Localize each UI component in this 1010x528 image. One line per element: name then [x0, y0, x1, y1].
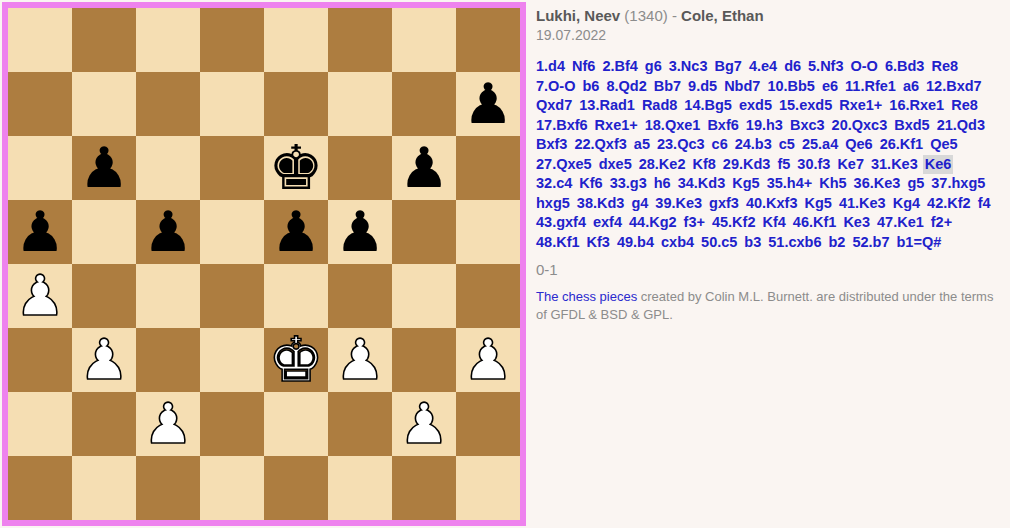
square-c7 [136, 72, 200, 136]
move-token[interactable]: 52.b7 [852, 233, 889, 253]
move-token[interactable]: Kg5 [732, 174, 759, 194]
move-token[interactable]: 5.Nf3 [808, 57, 843, 77]
move-token[interactable]: 19.h3 [746, 116, 783, 136]
move-token[interactable]: 35.h4+ [767, 174, 813, 194]
move-token[interactable]: 11.Rfe1 [845, 77, 896, 97]
move-token[interactable]: 22.Qxf3 [574, 135, 626, 155]
move-token[interactable]: Re8 [931, 57, 958, 77]
move-token[interactable]: exf4 [593, 213, 622, 233]
move-token[interactable]: a6 [903, 77, 919, 97]
square-e3: ♚ [264, 328, 328, 392]
square-d4 [200, 264, 264, 328]
square-f5: ♟ [328, 200, 392, 264]
square-c4 [136, 264, 200, 328]
square-b4 [72, 264, 136, 328]
move-token[interactable]: 26.Kf1 [880, 135, 924, 155]
square-e6: ♚ [264, 136, 328, 200]
move-token[interactable]: 18.Qxe1 [645, 116, 701, 136]
move-token[interactable]: Kf6 [579, 174, 602, 194]
move-token[interactable]: hxg5 [536, 194, 570, 214]
square-c5: ♟ [136, 200, 200, 264]
square-f3: ♟ [328, 328, 392, 392]
square-g2: ♟ [392, 392, 456, 456]
move-token[interactable]: Nbd7 [724, 77, 760, 97]
square-e7 [264, 72, 328, 136]
game-result: 0-1 [536, 261, 998, 278]
move-token[interactable]: Kf4 [762, 213, 785, 233]
move-token[interactable]: Kg4 [893, 194, 920, 214]
square-a4: ♟ [8, 264, 72, 328]
move-token[interactable]: b1=Q# [897, 233, 942, 253]
move-token[interactable]: 15.exd5 [779, 96, 832, 116]
current-move-token[interactable]: Ke6 [923, 155, 954, 175]
move-token[interactable]: Bxd5 [894, 116, 929, 136]
square-d8 [200, 8, 264, 72]
move-token[interactable]: Bxf3 [536, 135, 567, 155]
move-token[interactable]: Kf3 [587, 233, 610, 253]
black-pawn: ♟ [392, 136, 456, 200]
square-g6: ♟ [392, 136, 456, 200]
move-token[interactable]: 33.g3 [610, 174, 647, 194]
chess-board-frame: ♟♟♚♟♟♟♟♟♟♟♚♟♟♟♟ [2, 2, 526, 526]
move-token[interactable]: 4.e4 [749, 57, 777, 77]
move-list: 1.d4Nf62.Bf4g63.Nc3Bg74.e4d65.Nf3O-O6.Bd… [536, 57, 998, 252]
move-token[interactable]: gxf3 [709, 194, 739, 214]
move-token[interactable]: 2.Bf4 [602, 57, 637, 77]
square-h5 [456, 200, 520, 264]
move-token[interactable]: 10.Bb5 [767, 77, 815, 97]
move-token[interactable]: 17.Bxf6 [536, 116, 588, 136]
square-b5 [72, 200, 136, 264]
square-a2 [8, 392, 72, 456]
white-pawn: ♟ [136, 392, 200, 456]
move-token[interactable]: 27.Qxe5 [536, 155, 592, 175]
move-token[interactable]: dxe5 [599, 155, 632, 175]
move-token[interactable]: 39.Ke3 [655, 194, 702, 214]
move-token[interactable]: b2 [829, 233, 846, 253]
square-d6 [200, 136, 264, 200]
move-token[interactable]: g4 [631, 194, 648, 214]
move-token[interactable]: Rad8 [642, 96, 677, 116]
square-h8 [456, 8, 520, 72]
move-token[interactable]: 50.c5 [701, 233, 737, 253]
move-token[interactable]: Nf6 [572, 57, 595, 77]
square-a5: ♟ [8, 200, 72, 264]
white-pawn: ♟ [72, 328, 136, 392]
move-token[interactable]: a5 [634, 135, 650, 155]
move-token[interactable]: 3.Nc3 [669, 57, 708, 77]
square-d7 [200, 72, 264, 136]
move-token[interactable]: 7.O-O [536, 77, 575, 97]
white-king: ♚ [264, 328, 328, 392]
square-c3 [136, 328, 200, 392]
square-g3 [392, 328, 456, 392]
move-token[interactable]: 41.Ke3 [839, 194, 886, 214]
black-pawn: ♟ [8, 200, 72, 264]
move-token[interactable]: Rxe1+ [839, 96, 882, 116]
square-b2 [72, 392, 136, 456]
move-token[interactable]: exd5 [739, 96, 772, 116]
square-h2 [456, 392, 520, 456]
white-pawn: ♟ [392, 392, 456, 456]
white-pawn: ♟ [456, 328, 520, 392]
square-d5 [200, 200, 264, 264]
move-token[interactable]: 42.Kf2 [927, 194, 971, 214]
chess-pieces-link[interactable]: The chess pieces [536, 289, 637, 304]
move-token[interactable]: 36.Ke3 [854, 174, 901, 194]
square-g5 [392, 200, 456, 264]
move-token[interactable]: Bxc3 [790, 116, 825, 136]
chess-board: ♟♟♚♟♟♟♟♟♟♟♚♟♟♟♟ [8, 8, 520, 520]
square-d2 [200, 392, 264, 456]
move-token[interactable]: 16.Rxe1 [889, 96, 944, 116]
move-token[interactable]: 13.Rad1 [579, 96, 635, 116]
move-token[interactable]: O-O [851, 57, 878, 77]
square-a1 [8, 456, 72, 520]
square-g7 [392, 72, 456, 136]
move-token[interactable]: 12.Bxd7 [926, 77, 982, 97]
move-token[interactable]: Bb7 [654, 77, 681, 97]
square-e2 [264, 392, 328, 456]
move-token[interactable]: Re8 [951, 96, 978, 116]
white-player-name: Lukhi, Neev [536, 7, 620, 24]
move-token[interactable]: Kg5 [805, 194, 832, 214]
square-g8 [392, 8, 456, 72]
move-token[interactable]: Bxf6 [707, 116, 738, 136]
move-token[interactable]: 20.Qxc3 [832, 116, 888, 136]
move-token[interactable]: 30.f3 [797, 155, 830, 175]
move-token[interactable]: 31.Ke3 [871, 155, 918, 175]
move-token[interactable]: f4 [978, 194, 991, 214]
move-token[interactable]: Rxe1+ [595, 116, 638, 136]
move-token[interactable]: e6 [822, 77, 838, 97]
move-token[interactable]: b6 [582, 77, 599, 97]
square-e1 [264, 456, 328, 520]
square-h1 [456, 456, 520, 520]
move-token[interactable]: Kf8 [692, 155, 715, 175]
move-token[interactable]: 38.Kd3 [577, 194, 625, 214]
attribution-text: The chess pieces created by Colin M.L. B… [536, 288, 998, 324]
square-f6 [328, 136, 392, 200]
move-token[interactable]: 37.hxg5 [931, 174, 985, 194]
move-token[interactable]: g5 [907, 174, 924, 194]
square-a3 [8, 328, 72, 392]
rating-separator: (1340) - [620, 7, 681, 24]
white-pawn: ♟ [8, 264, 72, 328]
move-token[interactable]: 28.Ke2 [639, 155, 686, 175]
move-token[interactable]: f2+ [931, 213, 952, 233]
square-g4 [392, 264, 456, 328]
players-header: Lukhi, Neev (1340) - Cole, Ethan [536, 6, 998, 26]
move-token[interactable]: c5 [779, 135, 795, 155]
move-token[interactable]: 23.Qc3 [657, 135, 705, 155]
move-token[interactable]: 21.Qd3 [937, 116, 985, 136]
square-d3 [200, 328, 264, 392]
white-pawn: ♟ [328, 328, 392, 392]
square-a8 [8, 8, 72, 72]
move-token[interactable]: 47.Ke1 [877, 213, 924, 233]
move-token[interactable]: 44.Kg2 [629, 213, 677, 233]
square-f7 [328, 72, 392, 136]
square-a6 [8, 136, 72, 200]
square-e4 [264, 264, 328, 328]
move-token[interactable]: 14.Bg5 [684, 96, 732, 116]
move-token[interactable]: Qxd7 [536, 96, 572, 116]
square-g1 [392, 456, 456, 520]
move-token[interactable]: 1.d4 [536, 57, 565, 77]
move-token[interactable]: Kh5 [819, 174, 846, 194]
move-token[interactable]: b3 [744, 233, 761, 253]
black-king: ♚ [264, 136, 328, 200]
black-pawn: ♟ [264, 200, 328, 264]
move-token[interactable]: g6 [645, 57, 662, 77]
move-token[interactable]: 46.Kf1 [793, 213, 837, 233]
move-token[interactable]: cxb4 [661, 233, 694, 253]
black-player-name: Cole, Ethan [681, 7, 764, 24]
square-h4 [456, 264, 520, 328]
black-pawn: ♟ [136, 200, 200, 264]
move-token[interactable]: 8.Qd2 [606, 77, 646, 97]
move-token[interactable]: 40.Kxf3 [746, 194, 798, 214]
black-pawn: ♟ [72, 136, 136, 200]
move-token[interactable]: 48.Kf1 [536, 233, 580, 253]
page: ♟♟♚♟♟♟♟♟♟♟♚♟♟♟♟ Lukhi, Neev (1340) - Col… [0, 0, 1010, 528]
square-f2 [328, 392, 392, 456]
move-token[interactable]: f3+ [684, 213, 705, 233]
square-c8 [136, 8, 200, 72]
game-date: 19.07.2022 [536, 26, 998, 44]
square-d1 [200, 456, 264, 520]
square-e8 [264, 8, 328, 72]
move-token[interactable]: Bg7 [714, 57, 741, 77]
move-token[interactable]: 29.Kd3 [723, 155, 771, 175]
move-token[interactable]: 24.b3 [735, 135, 772, 155]
square-e5: ♟ [264, 200, 328, 264]
square-b6: ♟ [72, 136, 136, 200]
move-token[interactable]: f5 [777, 155, 790, 175]
move-token[interactable]: 32.c4 [536, 174, 572, 194]
move-token[interactable]: Qe6 [845, 135, 872, 155]
game-info-panel: Lukhi, Neev (1340) - Cole, Ethan 19.07.2… [536, 6, 998, 324]
square-c1 [136, 456, 200, 520]
move-token[interactable]: 6.Bd3 [885, 57, 925, 77]
move-token[interactable]: 34.Kd3 [678, 174, 726, 194]
move-token[interactable]: 51.cxb6 [768, 233, 821, 253]
move-token[interactable]: 25.a4 [802, 135, 838, 155]
square-b7 [72, 72, 136, 136]
square-f4 [328, 264, 392, 328]
square-c2: ♟ [136, 392, 200, 456]
move-token[interactable]: 49.b4 [617, 233, 654, 253]
square-f8 [328, 8, 392, 72]
square-h6 [456, 136, 520, 200]
move-token[interactable]: 9.d5 [688, 77, 717, 97]
square-b3: ♟ [72, 328, 136, 392]
black-pawn: ♟ [456, 72, 520, 136]
black-pawn: ♟ [328, 200, 392, 264]
move-token[interactable]: 43.gxf4 [536, 213, 586, 233]
move-token[interactable]: Qe5 [930, 135, 957, 155]
square-h3: ♟ [456, 328, 520, 392]
move-token[interactable]: Ke7 [837, 155, 864, 175]
move-token[interactable]: c6 [712, 135, 728, 155]
move-token[interactable]: 45.Kf2 [712, 213, 756, 233]
move-token[interactable]: h6 [654, 174, 671, 194]
square-b8 [72, 8, 136, 72]
square-h7: ♟ [456, 72, 520, 136]
move-token[interactable]: d6 [784, 57, 801, 77]
move-token[interactable]: Ke3 [843, 213, 870, 233]
square-c6 [136, 136, 200, 200]
square-b1 [72, 456, 136, 520]
square-a7 [8, 72, 72, 136]
square-f1 [328, 456, 392, 520]
